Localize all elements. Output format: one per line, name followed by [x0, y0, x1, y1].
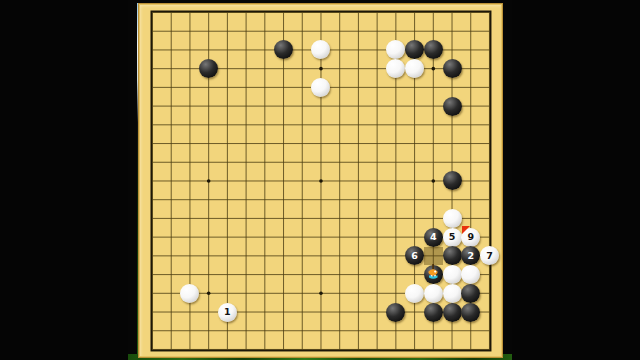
highlight-square-captured-point: [424, 247, 443, 266]
app-cursor-icon: [426, 264, 440, 285]
stone-black: [443, 171, 462, 190]
stone-black: [443, 246, 462, 265]
video-frame: 4596278 1: [0, 0, 640, 360]
stone-white-move-1: 1: [218, 303, 237, 322]
move-number: 7: [486, 251, 493, 261]
go-board: 4596278 1: [138, 3, 503, 358]
stone-black: [386, 303, 405, 322]
stone-white-move-5: 5: [443, 228, 462, 247]
stone-white: [443, 209, 462, 228]
stone-black: [461, 284, 480, 303]
stone-black: [443, 97, 462, 116]
move-number: 5: [449, 232, 456, 242]
move-number: 6: [411, 251, 418, 261]
stone-black: [443, 59, 462, 78]
stone-black: [424, 303, 443, 322]
letterbox-right: [512, 0, 640, 360]
stone-black-move-4: 4: [424, 228, 443, 247]
stone-black: [461, 303, 480, 322]
stone-white: [443, 265, 462, 284]
letterbox-left: [0, 0, 128, 360]
red-triangle-marker: [462, 226, 470, 234]
move-number: 1: [224, 307, 231, 317]
stone-black: [443, 303, 462, 322]
move-number: 2: [467, 251, 474, 261]
stone-white: [443, 284, 462, 303]
video-content: 4596278 1: [128, 0, 512, 360]
stone-white: [405, 284, 424, 303]
stone-white: [424, 284, 443, 303]
move-number: 4: [430, 232, 437, 242]
